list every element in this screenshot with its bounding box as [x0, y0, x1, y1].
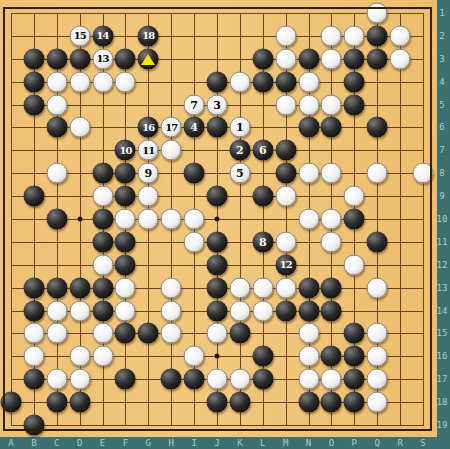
stone-white-D16[interactable] [69, 346, 90, 367]
row-label-1: 1 [439, 9, 444, 18]
stone-white-I16[interactable] [184, 346, 205, 367]
stone-black-E13[interactable] [92, 277, 113, 298]
stone-white-P9[interactable] [344, 186, 365, 207]
stone-black-L4[interactable] [252, 71, 273, 92]
move-number-label: 14 [97, 31, 109, 41]
stone-white-B16[interactable] [23, 346, 44, 367]
stone-black-K15[interactable] [229, 323, 250, 344]
stone-white-F10[interactable] [115, 209, 136, 230]
move-number-label: 18 [142, 31, 154, 41]
stone-white-K6[interactable]: 1 [229, 117, 250, 138]
stone-black-M12[interactable]: 12 [275, 254, 296, 275]
move-number-label: 6 [259, 145, 267, 156]
stone-white-J15[interactable] [207, 323, 228, 344]
move-number-label: 10 [119, 145, 131, 155]
stone-black-P18[interactable] [344, 392, 365, 413]
stone-black-M4[interactable] [275, 71, 296, 92]
move-number-label: 12 [280, 260, 292, 270]
stone-white-H14[interactable] [161, 300, 182, 321]
stone-black-D3[interactable] [69, 48, 90, 69]
stone-black-Q2[interactable] [367, 25, 388, 46]
stone-white-Q13[interactable] [367, 277, 388, 298]
column-label-A: A [8, 439, 13, 448]
stone-black-B14[interactable] [23, 300, 44, 321]
stone-black-M8[interactable] [275, 163, 296, 184]
stone-white-H7[interactable] [161, 140, 182, 161]
stone-black-D18[interactable] [69, 392, 90, 413]
stone-white-N8[interactable] [298, 163, 319, 184]
stone-white-Q16[interactable] [367, 346, 388, 367]
column-label-H: H [169, 439, 174, 448]
column-label-O: O [329, 439, 334, 448]
stone-black-L9[interactable] [252, 186, 273, 207]
column-label-P: P [352, 439, 357, 448]
row-label-18: 18 [437, 398, 448, 407]
row-label-13: 13 [437, 283, 448, 292]
stone-white-F4[interactable] [115, 71, 136, 92]
column-label-K: K [237, 439, 242, 448]
stone-white-C8[interactable] [46, 163, 67, 184]
stone-white-S8[interactable] [413, 163, 434, 184]
stone-black-M7[interactable] [275, 140, 296, 161]
stone-black-C10[interactable] [46, 209, 67, 230]
stone-black-O6[interactable] [321, 117, 342, 138]
move-number-label: 16 [142, 122, 154, 132]
row-label-10: 10 [437, 215, 448, 224]
stone-black-O13[interactable] [321, 277, 342, 298]
stone-white-N17[interactable] [298, 369, 319, 390]
stone-black-F3[interactable] [115, 48, 136, 69]
stone-black-P5[interactable] [344, 94, 365, 115]
stone-white-M13[interactable] [275, 277, 296, 298]
stone-black-B9[interactable] [23, 186, 44, 207]
stone-black-B3[interactable] [23, 48, 44, 69]
stone-white-O3[interactable] [321, 48, 342, 69]
stone-white-H15[interactable] [161, 323, 182, 344]
stone-black-N14[interactable] [298, 300, 319, 321]
stone-black-F17[interactable] [115, 369, 136, 390]
stone-white-B15[interactable] [23, 323, 44, 344]
stone-white-Q18[interactable] [367, 392, 388, 413]
stone-black-N13[interactable] [298, 277, 319, 298]
move-number-label: 11 [142, 145, 154, 155]
go-board[interactable]: 151418137316174110112695812 [0, 0, 437, 437]
stone-white-H13[interactable] [161, 277, 182, 298]
stone-white-M9[interactable] [275, 186, 296, 207]
stone-black-P16[interactable] [344, 346, 365, 367]
stone-white-C15[interactable] [46, 323, 67, 344]
stone-black-P4[interactable] [344, 71, 365, 92]
move-number-label: 1 [236, 122, 244, 133]
move-number-label: 3 [213, 99, 221, 110]
stone-white-M11[interactable] [275, 231, 296, 252]
stone-black-B4[interactable] [23, 71, 44, 92]
move-number-label: 15 [74, 31, 86, 41]
column-label-J: J [214, 439, 219, 448]
stone-black-G6[interactable]: 16 [138, 117, 159, 138]
stone-white-E4[interactable] [92, 71, 113, 92]
stone-black-B5[interactable] [23, 94, 44, 115]
stone-black-P3[interactable] [344, 48, 365, 69]
stone-black-I17[interactable] [184, 369, 205, 390]
stone-black-B17[interactable] [23, 369, 44, 390]
star-point-D10 [77, 217, 82, 222]
stone-white-N4[interactable] [298, 71, 319, 92]
stone-white-I5[interactable]: 7 [184, 94, 205, 115]
move-number-label: 9 [145, 168, 153, 179]
column-label-N: N [306, 439, 311, 448]
stone-white-J17[interactable] [207, 369, 228, 390]
stone-white-K8[interactable]: 5 [229, 163, 250, 184]
stone-white-J5[interactable]: 3 [207, 94, 228, 115]
row-label-4: 4 [439, 77, 444, 86]
row-label-15: 15 [437, 329, 448, 338]
stone-black-F15[interactable] [115, 323, 136, 344]
row-label-7: 7 [439, 146, 444, 155]
stone-black-L16[interactable] [252, 346, 273, 367]
stone-black-A18[interactable] [1, 392, 22, 413]
stone-black-B13[interactable] [23, 277, 44, 298]
stone-black-L3[interactable] [252, 48, 273, 69]
column-label-F: F [123, 439, 128, 448]
stone-white-D6[interactable] [69, 117, 90, 138]
stone-white-N10[interactable] [298, 209, 319, 230]
stone-black-E2[interactable]: 14 [92, 25, 113, 46]
stone-white-G7[interactable]: 11 [138, 140, 159, 161]
stone-white-O2[interactable] [321, 25, 342, 46]
stone-white-I10[interactable] [184, 209, 205, 230]
stone-white-G9[interactable] [138, 186, 159, 207]
stone-black-D13[interactable] [69, 277, 90, 298]
stone-black-J13[interactable] [207, 277, 228, 298]
star-point-J10 [215, 217, 220, 222]
column-label-G: G [146, 439, 151, 448]
stone-white-R3[interactable] [390, 48, 411, 69]
column-label-B: B [31, 439, 36, 448]
stone-white-P2[interactable] [344, 25, 365, 46]
stone-black-J11[interactable] [207, 231, 228, 252]
stone-white-O11[interactable] [321, 231, 342, 252]
stone-black-F7[interactable]: 10 [115, 140, 136, 161]
column-label-I: I [191, 439, 196, 448]
stone-white-Q17[interactable] [367, 369, 388, 390]
move-number-label: 17 [165, 122, 177, 132]
stone-white-M2[interactable] [275, 25, 296, 46]
stone-black-I8[interactable] [184, 163, 205, 184]
stone-black-P17[interactable] [344, 369, 365, 390]
row-label-3: 3 [439, 54, 444, 63]
stone-white-I11[interactable] [184, 231, 205, 252]
stone-white-P12[interactable] [344, 254, 365, 275]
stone-black-F12[interactable] [115, 254, 136, 275]
stone-white-E15[interactable] [92, 323, 113, 344]
stone-black-E11[interactable] [92, 231, 113, 252]
stone-white-K4[interactable] [229, 71, 250, 92]
stone-white-M5[interactable] [275, 94, 296, 115]
stone-white-F13[interactable] [115, 277, 136, 298]
stone-white-M3[interactable] [275, 48, 296, 69]
stone-white-C14[interactable] [46, 300, 67, 321]
stone-white-C17[interactable] [46, 369, 67, 390]
row-label-12: 12 [437, 260, 448, 269]
row-label-14: 14 [437, 306, 448, 315]
stone-white-F14[interactable] [115, 300, 136, 321]
stone-black-G15[interactable] [138, 323, 159, 344]
stone-black-C3[interactable] [46, 48, 67, 69]
move-number-label: 2 [236, 145, 244, 156]
stone-white-O17[interactable] [321, 369, 342, 390]
column-label-L: L [260, 439, 265, 448]
stone-black-E8[interactable] [92, 163, 113, 184]
stone-white-E16[interactable] [92, 346, 113, 367]
column-label-S: S [420, 439, 425, 448]
move-number-label: 8 [259, 236, 267, 247]
stone-black-H17[interactable] [161, 369, 182, 390]
stone-black-C18[interactable] [46, 392, 67, 413]
stone-white-G8[interactable]: 9 [138, 163, 159, 184]
stone-white-K13[interactable] [229, 277, 250, 298]
stone-black-I6[interactable]: 4 [184, 117, 205, 138]
stone-white-H10[interactable] [161, 209, 182, 230]
stone-white-O5[interactable] [321, 94, 342, 115]
stone-white-L14[interactable] [252, 300, 273, 321]
stone-black-F8[interactable] [115, 163, 136, 184]
stone-black-E10[interactable] [92, 209, 113, 230]
stone-white-G10[interactable] [138, 209, 159, 230]
stone-black-N3[interactable] [298, 48, 319, 69]
row-label-16: 16 [437, 352, 448, 361]
stone-white-D14[interactable] [69, 300, 90, 321]
stone-white-C4[interactable] [46, 71, 67, 92]
stone-black-N18[interactable] [298, 392, 319, 413]
stone-black-C6[interactable] [46, 117, 67, 138]
move-number-label: 7 [190, 99, 198, 110]
stone-black-M14[interactable] [275, 300, 296, 321]
stone-black-L11[interactable]: 8 [252, 231, 273, 252]
stone-black-E14[interactable] [92, 300, 113, 321]
stone-white-C5[interactable] [46, 94, 67, 115]
stone-white-K17[interactable] [229, 369, 250, 390]
stone-black-B19[interactable] [23, 415, 44, 436]
stone-white-E12[interactable] [92, 254, 113, 275]
column-label-Q: Q [375, 439, 380, 448]
stone-black-J14[interactable] [207, 300, 228, 321]
stone-black-F9[interactable] [115, 186, 136, 207]
stone-black-Q6[interactable] [367, 117, 388, 138]
move-number-label: 13 [97, 54, 109, 64]
move-number-label: 4 [190, 122, 198, 133]
grid-line-vertical [400, 13, 401, 426]
stone-black-J12[interactable] [207, 254, 228, 275]
row-label-19: 19 [437, 421, 448, 430]
column-label-D: D [77, 439, 82, 448]
triangle-marker [141, 54, 155, 65]
stone-black-J6[interactable] [207, 117, 228, 138]
stone-white-E9[interactable] [92, 186, 113, 207]
stone-white-D2[interactable]: 15 [69, 25, 90, 46]
stone-white-Q1[interactable] [367, 3, 388, 24]
row-label-5: 5 [439, 100, 444, 109]
stone-white-L13[interactable] [252, 277, 273, 298]
stone-white-O10[interactable] [321, 209, 342, 230]
column-label-R: R [397, 439, 402, 448]
stone-white-Q8[interactable] [367, 163, 388, 184]
stone-white-O8[interactable] [321, 163, 342, 184]
stone-black-L7[interactable]: 6 [252, 140, 273, 161]
grid-line-vertical [423, 13, 424, 426]
stone-black-J9[interactable] [207, 186, 228, 207]
stone-black-Q11[interactable] [367, 231, 388, 252]
stone-white-N15[interactable] [298, 323, 319, 344]
stone-black-C13[interactable] [46, 277, 67, 298]
stone-black-F11[interactable] [115, 231, 136, 252]
row-label-17: 17 [437, 375, 448, 384]
stone-white-Q15[interactable] [367, 323, 388, 344]
stone-white-D4[interactable] [69, 71, 90, 92]
row-label-8: 8 [439, 169, 444, 178]
row-label-2: 2 [439, 31, 444, 40]
stone-white-D17[interactable] [69, 369, 90, 390]
stone-black-O16[interactable] [321, 346, 342, 367]
grid-line-horizontal [11, 425, 424, 426]
row-label-6: 6 [439, 123, 444, 132]
column-label-E: E [100, 439, 105, 448]
star-point-J16 [215, 354, 220, 359]
stone-black-J18[interactable] [207, 392, 228, 413]
stone-black-O18[interactable] [321, 392, 342, 413]
stone-black-P10[interactable] [344, 209, 365, 230]
stone-white-H6[interactable]: 17 [161, 117, 182, 138]
column-label-C: C [54, 439, 59, 448]
stone-white-E3[interactable]: 13 [92, 48, 113, 69]
stone-black-J4[interactable] [207, 71, 228, 92]
stone-black-K18[interactable] [229, 392, 250, 413]
stone-white-N16[interactable] [298, 346, 319, 367]
column-label-M: M [283, 439, 288, 448]
stone-black-O14[interactable] [321, 300, 342, 321]
stone-black-L17[interactable] [252, 369, 273, 390]
stone-black-P15[interactable] [344, 323, 365, 344]
stone-black-K7[interactable]: 2 [229, 140, 250, 161]
stone-white-N5[interactable] [298, 94, 319, 115]
stone-white-R2[interactable] [390, 25, 411, 46]
stone-black-G2[interactable]: 18 [138, 25, 159, 46]
stone-black-N6[interactable] [298, 117, 319, 138]
stone-white-K14[interactable] [229, 300, 250, 321]
row-label-11: 11 [437, 237, 448, 246]
row-label-9: 9 [439, 192, 444, 201]
go-board-panel: 151418137316174110112695812 ABCDEFGHIJKL… [0, 0, 450, 449]
move-number-label: 5 [236, 168, 244, 179]
stone-black-Q3[interactable] [367, 48, 388, 69]
